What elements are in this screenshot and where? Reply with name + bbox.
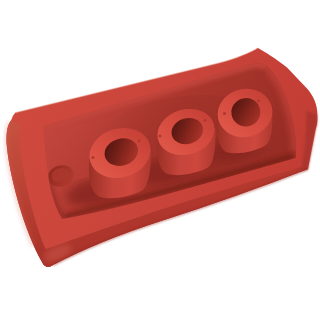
mold-mark: [223, 112, 226, 115]
mold-mark: [159, 135, 162, 138]
photo-red-brick-underside: [0, 0, 320, 320]
mold-mark: [138, 140, 141, 143]
brick-illustration: [0, 0, 320, 320]
mold-mark: [257, 100, 260, 103]
mold-mark: [204, 119, 207, 122]
mold-mark: [91, 156, 94, 159]
